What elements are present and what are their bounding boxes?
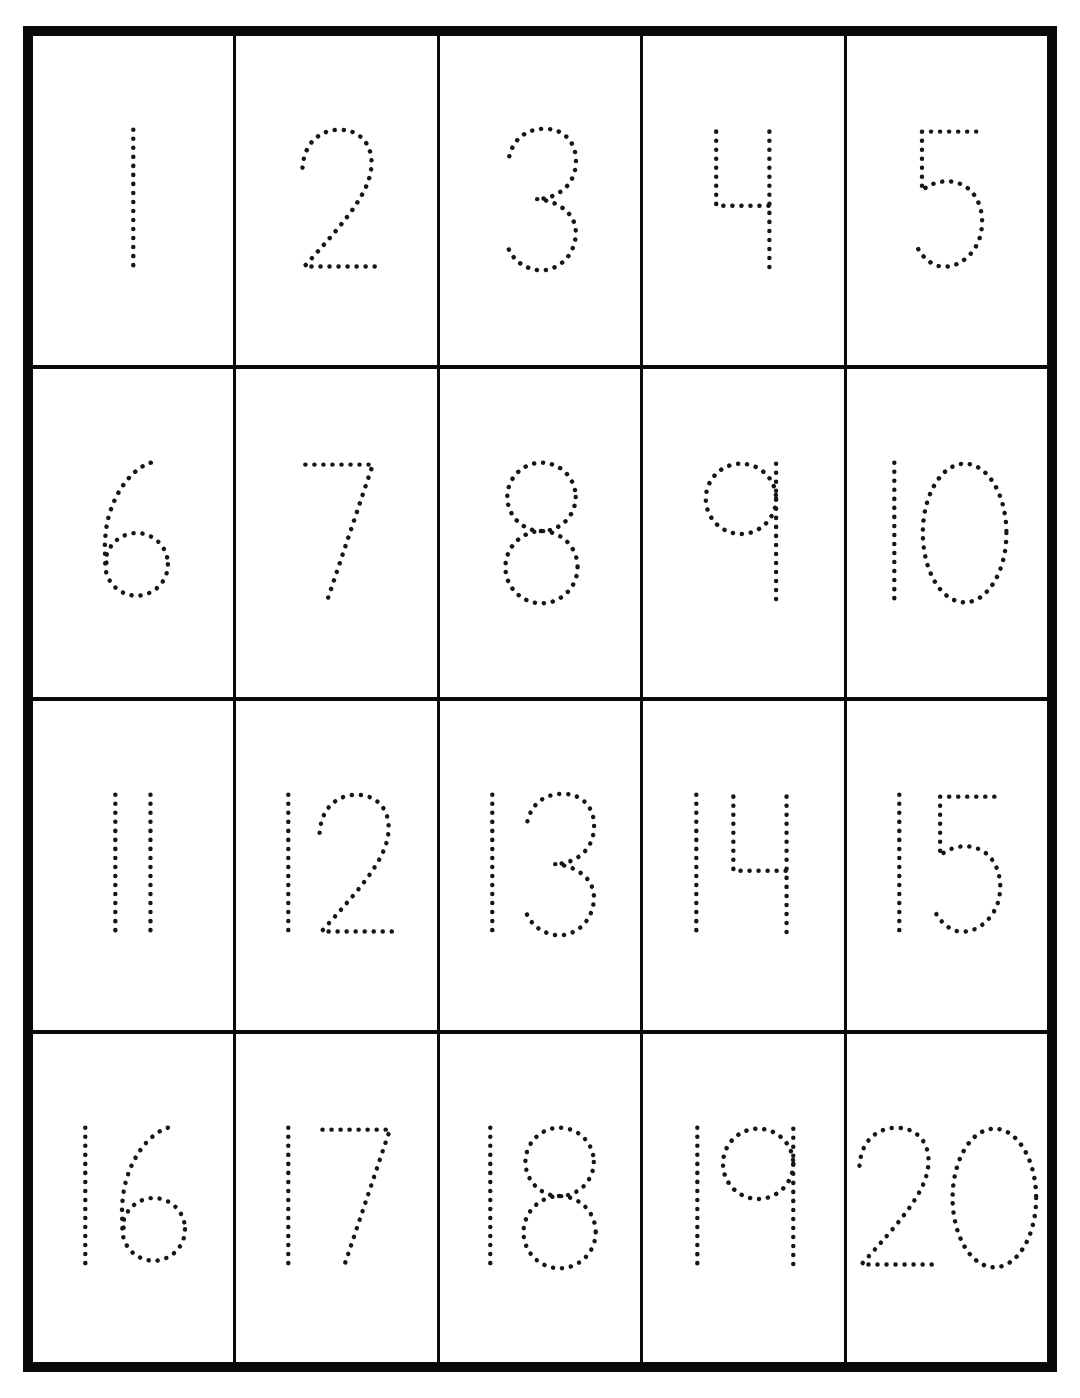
number-13-dotted <box>479 789 602 941</box>
digit-8 <box>506 462 578 603</box>
cell-6 <box>33 369 233 698</box>
digit-0 <box>953 1128 1037 1267</box>
digit-8 <box>523 1127 595 1268</box>
digit-4 <box>716 132 769 269</box>
number-17-dotted <box>275 1122 398 1274</box>
cell-4 <box>643 36 843 365</box>
cell-17 <box>236 1034 436 1363</box>
number-19-dotted <box>684 1122 803 1274</box>
digit-9 <box>723 1128 793 1264</box>
digit-4 <box>733 797 786 934</box>
cell-12 <box>236 701 436 1030</box>
number-15-dotted <box>886 789 1009 941</box>
number-7-dotted <box>293 457 380 609</box>
number-11-dotted <box>102 789 164 941</box>
number-8-dotted <box>494 457 585 609</box>
cell-8 <box>440 369 640 698</box>
number-16-dotted <box>72 1122 195 1274</box>
cell-3 <box>440 36 640 365</box>
number-12-dotted <box>275 789 398 941</box>
number-20-dotted <box>850 1122 1043 1274</box>
number-3-dotted <box>496 124 583 276</box>
number-10-dotted <box>881 457 1013 609</box>
digit-3 <box>509 129 577 271</box>
number-1-dotted <box>120 124 147 276</box>
number-5-dotted <box>903 124 990 276</box>
cell-16 <box>33 1034 233 1363</box>
tracing-grid <box>33 36 1047 1362</box>
cell-10 <box>847 369 1047 698</box>
cell-14 <box>643 701 843 1030</box>
cell-19 <box>643 1034 843 1363</box>
number-14-dotted <box>683 789 804 941</box>
number-9-dotted <box>702 457 786 609</box>
cell-1 <box>33 36 233 365</box>
cell-7 <box>236 369 436 698</box>
cell-11 <box>33 701 233 1030</box>
digit-3 <box>526 794 594 936</box>
digit-0 <box>923 463 1007 602</box>
cell-15 <box>847 701 1047 1030</box>
worksheet-frame <box>23 26 1057 1372</box>
digit-5 <box>915 132 982 267</box>
cell-13 <box>440 701 640 1030</box>
number-4-dotted <box>701 124 787 276</box>
digit-2 <box>302 130 376 267</box>
cell-5 <box>847 36 1047 365</box>
digit-6 <box>104 462 167 595</box>
digit-2 <box>320 795 394 932</box>
number-18-dotted <box>477 1122 603 1274</box>
cell-18 <box>440 1034 640 1363</box>
digit-7 <box>305 464 372 600</box>
number-2-dotted <box>293 124 380 276</box>
digit-9 <box>705 463 775 599</box>
digit-6 <box>122 1127 185 1260</box>
digit-5 <box>933 797 1000 932</box>
cell-9 <box>643 369 843 698</box>
digit-2 <box>860 1127 934 1264</box>
number-6-dotted <box>90 457 177 609</box>
digit-7 <box>323 1129 390 1265</box>
cell-2 <box>236 36 436 365</box>
cell-20 <box>847 1034 1047 1363</box>
